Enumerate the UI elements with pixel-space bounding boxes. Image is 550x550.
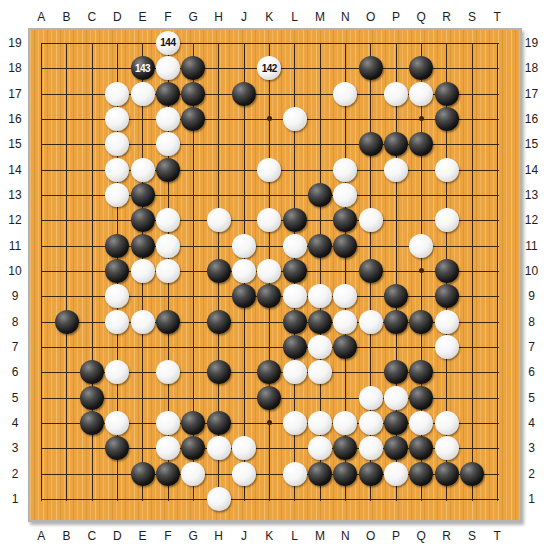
stone-black-B8 [55,310,79,334]
coord-number-right-17: 17 [520,86,544,102]
stone-white-R4 [435,411,459,435]
stone-white-P17 [384,82,408,106]
stone-white-L16 [283,107,307,131]
stone-black-K5 [257,386,281,410]
stone-white-J11 [232,234,256,258]
coord-number-right-4: 4 [520,415,544,431]
coord-letter-top-T: T [485,9,509,25]
stone-white-E8 [131,310,155,334]
stone-black-J9 [232,284,256,308]
coord-number-left-1: 1 [3,491,27,507]
coord-number-left-19: 19 [3,35,27,51]
coord-letter-top-O: O [359,9,383,25]
stone-white-F15 [156,132,180,156]
stone-white-J10 [232,259,256,283]
coord-letter-top-B: B [55,9,79,25]
coord-letter-top-K: K [257,9,281,25]
stone-white-H3 [207,436,231,460]
stone-white-O3 [359,436,383,460]
coord-letter-top-Q: Q [409,9,433,25]
coord-number-left-15: 15 [3,136,27,152]
stone-black-L7 [283,335,307,359]
coord-number-left-10: 10 [3,263,27,279]
coord-letter-top-A: A [29,9,53,25]
stone-black-N7 [333,335,357,359]
coord-number-left-9: 9 [3,288,27,304]
stone-white-M4 [308,411,332,435]
coord-number-left-6: 6 [3,364,27,380]
stone-black-P6 [384,360,408,384]
stone-black-P4 [384,411,408,435]
stone-white-R7 [435,335,459,359]
coord-letter-bottom-S: S [460,528,484,544]
stone-black-C4 [80,411,104,435]
stone-black-L12 [283,208,307,232]
coord-number-left-11: 11 [3,238,27,254]
coord-letter-bottom-A: A [29,528,53,544]
stone-black-M2 [308,462,332,486]
stone-white-J3 [232,436,256,460]
stone-white-H1 [207,487,231,511]
stone-white-F16 [156,107,180,131]
stone-black-K9 [257,284,281,308]
stone-white-M6 [308,360,332,384]
stone-white-D4 [105,411,129,435]
stone-white-Q11 [409,234,433,258]
coord-letter-top-J: J [232,9,256,25]
stone-black-E12 [131,208,155,232]
stone-white-M3 [308,436,332,460]
stone-black-Q15 [409,132,433,156]
coord-letter-bottom-H: H [207,528,231,544]
stone-white-move-144: 144 [156,31,180,55]
stone-black-E13 [131,183,155,207]
coord-number-right-15: 15 [520,136,544,152]
coord-number-right-1: 1 [520,491,544,507]
coord-letter-top-E: E [131,9,155,25]
stone-white-F12 [156,208,180,232]
stone-white-L11 [283,234,307,258]
coord-number-right-18: 18 [520,60,544,76]
stone-white-L4 [283,411,307,435]
stone-white-P2 [384,462,408,486]
coord-number-right-3: 3 [520,440,544,456]
stone-black-F17 [156,82,180,106]
stone-white-N4 [333,411,357,435]
stone-white-R14 [435,158,459,182]
coord-number-left-18: 18 [3,60,27,76]
stone-white-D17 [105,82,129,106]
stone-white-L9 [283,284,307,308]
coord-number-left-14: 14 [3,162,27,178]
stone-black-Q18 [409,56,433,80]
coord-number-right-13: 13 [520,187,544,203]
stone-white-D16 [105,107,129,131]
coord-letter-bottom-C: C [80,528,104,544]
stone-black-P9 [384,284,408,308]
coord-number-right-12: 12 [520,212,544,228]
stone-white-K12 [257,208,281,232]
stone-black-F2 [156,462,180,486]
coord-number-right-7: 7 [520,339,544,355]
stone-black-E11 [131,234,155,258]
coord-number-right-14: 14 [520,162,544,178]
stone-black-N12 [333,208,357,232]
coord-number-right-16: 16 [520,111,544,127]
stone-black-P15 [384,132,408,156]
stone-black-M11 [308,234,332,258]
stone-black-F14 [156,158,180,182]
stone-white-H12 [207,208,231,232]
stone-white-F4 [156,411,180,435]
coord-letter-top-S: S [460,9,484,25]
stone-white-D9 [105,284,129,308]
stone-white-D13 [105,183,129,207]
stone-white-E17 [131,82,155,106]
stone-black-R9 [435,284,459,308]
stone-black-R16 [435,107,459,131]
stone-black-R10 [435,259,459,283]
stone-white-R3 [435,436,459,460]
stone-black-Q3 [409,436,433,460]
stone-white-O8 [359,310,383,334]
stone-black-O2 [359,462,383,486]
stones-grid: 143144142 [29,30,510,511]
coord-letter-bottom-J: J [232,528,256,544]
coord-letter-bottom-K: K [257,528,281,544]
stone-black-move-143: 143 [131,56,155,80]
coord-letter-top-R: R [435,9,459,25]
stone-white-O12 [359,208,383,232]
coord-letter-bottom-D: D [105,528,129,544]
coord-letter-top-H: H [207,9,231,25]
stone-black-H6 [207,360,231,384]
coord-letter-top-N: N [333,9,357,25]
coord-letter-bottom-M: M [308,528,332,544]
stone-black-O10 [359,259,383,283]
stone-black-Q2 [409,462,433,486]
stone-black-F8 [156,310,180,334]
stone-white-K10 [257,259,281,283]
stone-black-L8 [283,310,307,334]
stone-black-E2 [131,462,155,486]
coord-letter-top-M: M [308,9,332,25]
stone-white-O4 [359,411,383,435]
coord-letter-bottom-R: R [435,528,459,544]
stone-black-D11 [105,234,129,258]
coord-letter-top-L: L [283,9,307,25]
stone-black-M8 [308,310,332,334]
stone-white-L2 [283,462,307,486]
stone-black-N3 [333,436,357,460]
go-kifu-page: 143144142 AABBCCDDEEFFGGHHJJKKLLMMNNOOPP… [0,0,550,550]
stone-black-Q5 [409,386,433,410]
stone-black-G17 [181,82,205,106]
coord-number-right-2: 2 [520,466,544,482]
stone-black-M13 [308,183,332,207]
stone-white-F6 [156,360,180,384]
stone-white-M9 [308,284,332,308]
stone-white-N14 [333,158,357,182]
stone-white-Q4 [409,411,433,435]
coord-number-left-13: 13 [3,187,27,203]
stone-black-Q8 [409,310,433,334]
stone-white-D6 [105,360,129,384]
stone-white-E14 [131,158,155,182]
coord-letter-bottom-L: L [283,528,307,544]
stone-black-L10 [283,259,307,283]
coord-number-left-17: 17 [3,86,27,102]
coord-letter-bottom-P: P [384,528,408,544]
stone-black-C5 [80,386,104,410]
stone-white-L6 [283,360,307,384]
stone-black-P8 [384,310,408,334]
stone-black-N2 [333,462,357,486]
stone-white-N8 [333,310,357,334]
stone-black-G3 [181,436,205,460]
stone-white-F18 [156,56,180,80]
stone-black-R17 [435,82,459,106]
stone-black-N11 [333,234,357,258]
coord-letter-top-F: F [156,9,180,25]
stone-white-O5 [359,386,383,410]
stone-black-O15 [359,132,383,156]
coord-letter-bottom-O: O [359,528,383,544]
stone-black-K6 [257,360,281,384]
stone-black-H8 [207,310,231,334]
stone-black-H10 [207,259,231,283]
stone-black-H4 [207,411,231,435]
stone-black-J17 [232,82,256,106]
coord-letter-bottom-B: B [55,528,79,544]
coord-number-right-9: 9 [520,288,544,304]
coord-number-right-6: 6 [520,364,544,380]
stone-white-D15 [105,132,129,156]
coord-letter-top-P: P [384,9,408,25]
stone-white-P5 [384,386,408,410]
stone-white-D14 [105,158,129,182]
stone-white-D8 [105,310,129,334]
coord-number-left-5: 5 [3,390,27,406]
coord-letter-bottom-Q: Q [409,528,433,544]
stone-white-Q17 [409,82,433,106]
stone-black-R2 [435,462,459,486]
stone-white-K14 [257,158,281,182]
stone-black-D3 [105,436,129,460]
coord-number-right-19: 19 [520,35,544,51]
coord-letter-bottom-F: F [156,528,180,544]
stone-white-J2 [232,462,256,486]
stone-black-C6 [80,360,104,384]
stone-white-N17 [333,82,357,106]
stone-white-G2 [181,462,205,486]
coord-number-right-10: 10 [520,263,544,279]
coord-number-left-16: 16 [3,111,27,127]
stone-black-G16 [181,107,205,131]
stone-white-M7 [308,335,332,359]
stone-white-N9 [333,284,357,308]
coord-letter-top-G: G [181,9,205,25]
coord-number-left-3: 3 [3,440,27,456]
stone-white-move-142: 142 [257,56,281,80]
coord-number-left-8: 8 [3,314,27,330]
stone-white-E10 [131,259,155,283]
stone-white-F3 [156,436,180,460]
coord-number-left-2: 2 [3,466,27,482]
coord-number-right-11: 11 [520,238,544,254]
stone-black-P3 [384,436,408,460]
stone-white-N13 [333,183,357,207]
stone-white-R12 [435,208,459,232]
stone-black-G4 [181,411,205,435]
stone-white-R8 [435,310,459,334]
coord-number-right-5: 5 [520,390,544,406]
coord-number-left-4: 4 [3,415,27,431]
stone-black-D10 [105,259,129,283]
stone-black-O18 [359,56,383,80]
stone-black-Q6 [409,360,433,384]
stone-black-S2 [460,462,484,486]
stone-black-G18 [181,56,205,80]
coord-letter-bottom-T: T [485,528,509,544]
coord-letter-top-D: D [105,9,129,25]
go-board[interactable]: 143144142 [28,28,522,522]
stone-white-P14 [384,158,408,182]
coord-letter-bottom-E: E [131,528,155,544]
stone-white-F11 [156,234,180,258]
coord-letter-bottom-N: N [333,528,357,544]
coord-letter-top-C: C [80,9,104,25]
coord-number-left-12: 12 [3,212,27,228]
stone-white-F10 [156,259,180,283]
coord-number-left-7: 7 [3,339,27,355]
coord-letter-bottom-G: G [181,528,205,544]
coord-number-right-8: 8 [520,314,544,330]
